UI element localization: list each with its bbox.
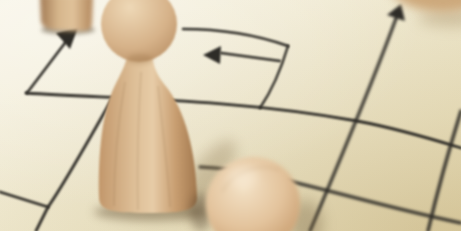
peg-top-left[interactable]: [40, 0, 95, 35]
peg-body: [40, 0, 93, 31]
board-photo: [0, 0, 461, 231]
pawn-neck-shadow: [127, 54, 153, 64]
ball-highlight: [228, 167, 258, 187]
